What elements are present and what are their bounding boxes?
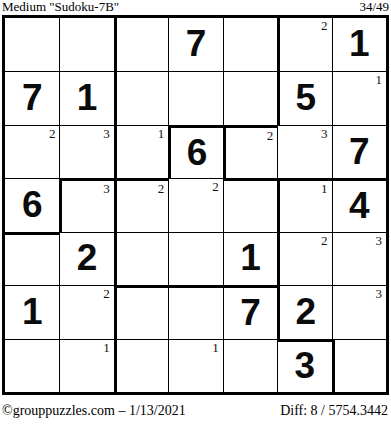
corner-mark: 1 xyxy=(103,340,110,355)
cell-r4c3[interactable]: 2 xyxy=(114,178,168,231)
corner-mark: 2 xyxy=(321,233,328,248)
cell-r4c5[interactable] xyxy=(223,178,277,231)
corner-mark: 1 xyxy=(212,340,219,355)
given-digit: 1 xyxy=(349,25,370,64)
corner-mark: 2 xyxy=(103,286,110,301)
cell-r6c2[interactable]: 2 xyxy=(59,285,113,338)
cell-r2c2: 1 xyxy=(59,71,113,124)
difficulty-line: Diff: 8 / 5754.3442 xyxy=(280,402,388,419)
cell-r1c4: 7 xyxy=(168,18,222,71)
given-digit: 7 xyxy=(22,79,43,118)
cell-r4c4[interactable]: 2 xyxy=(168,178,222,231)
cell-r3c7: 7 xyxy=(332,125,386,178)
corner-mark: 2 xyxy=(267,128,274,143)
given-digit: 2 xyxy=(77,239,98,278)
puzzle-title: Medium "Sudoku-7B" xyxy=(2,0,119,14)
corner-mark: 2 xyxy=(212,179,219,194)
cell-r5c2: 2 xyxy=(59,232,113,285)
cell-r7c5[interactable] xyxy=(223,339,277,392)
cell-r5c1[interactable] xyxy=(5,232,59,285)
corner-mark: 3 xyxy=(103,126,110,141)
given-digit: 1 xyxy=(240,239,261,278)
cell-r4c6[interactable]: 1 xyxy=(277,178,331,231)
corner-mark: 3 xyxy=(375,286,382,301)
given-digit: 6 xyxy=(187,134,208,173)
cell-r6c3[interactable] xyxy=(114,285,168,338)
cell-r1c5[interactable] xyxy=(223,18,277,71)
cell-r3c2[interactable]: 3 xyxy=(59,125,113,178)
cell-r2c7[interactable]: 1 xyxy=(332,71,386,124)
cell-r1c6[interactable]: 2 xyxy=(277,18,331,71)
given-digit: 5 xyxy=(296,79,317,118)
given-digit: 4 xyxy=(349,187,370,226)
corner-mark: 1 xyxy=(321,181,328,196)
cell-r6c5: 7 xyxy=(223,285,277,338)
given-digit: 7 xyxy=(240,294,261,333)
given-digit: 3 xyxy=(295,347,316,386)
cell-r1c7: 1 xyxy=(332,18,386,71)
cell-r2c5[interactable] xyxy=(223,71,277,124)
cell-r7c2[interactable]: 1 xyxy=(59,339,113,392)
cell-r3c1[interactable]: 2 xyxy=(5,125,59,178)
cell-r5c3[interactable] xyxy=(114,232,168,285)
cell-r7c4[interactable]: 1 xyxy=(168,339,222,392)
cell-r2c3[interactable] xyxy=(114,71,168,124)
cell-r4c2[interactable]: 3 xyxy=(59,178,113,231)
cell-r3c3[interactable]: 1 xyxy=(114,125,168,178)
given-digit: 6 xyxy=(22,186,43,225)
cell-r5c7[interactable]: 3 xyxy=(332,232,386,285)
cell-r5c4[interactable] xyxy=(168,232,222,285)
cell-r1c2[interactable] xyxy=(59,18,113,71)
cell-r3c6[interactable]: 3 xyxy=(277,125,331,178)
cell-r7c3[interactable] xyxy=(114,339,168,392)
corner-mark: 2 xyxy=(49,126,56,141)
corner-mark: 1 xyxy=(375,72,382,87)
header: Medium "Sudoku-7B" 34/49 xyxy=(0,0,391,15)
cell-r2c1: 7 xyxy=(5,71,59,124)
given-digit: 1 xyxy=(22,293,43,332)
cell-r7c6: 3 xyxy=(277,339,331,392)
cell-r2c6: 5 xyxy=(277,71,331,124)
given-digit: 1 xyxy=(77,79,98,118)
cell-r7c1[interactable] xyxy=(5,339,59,392)
corner-mark: 2 xyxy=(321,18,328,33)
given-count: 34/49 xyxy=(359,0,389,14)
corner-mark: 3 xyxy=(103,181,110,196)
cell-r7c7[interactable] xyxy=(332,339,386,392)
corner-mark: 1 xyxy=(158,126,165,141)
cell-r5c6[interactable]: 2 xyxy=(277,232,331,285)
cell-r3c5[interactable]: 2 xyxy=(223,125,277,178)
given-digit: 2 xyxy=(296,293,317,332)
given-digit: 7 xyxy=(186,25,207,64)
cell-r6c4[interactable] xyxy=(168,285,222,338)
cell-r1c3[interactable] xyxy=(114,18,168,71)
copyright-line: ©grouppuzzles.com – 1/13/2021 xyxy=(2,402,186,419)
footer: ©grouppuzzles.com – 1/13/2021 Diff: 8 / … xyxy=(0,402,391,419)
given-digit: 7 xyxy=(349,133,370,172)
corner-mark: 2 xyxy=(158,181,165,196)
corner-mark: 3 xyxy=(375,233,382,248)
sudoku-board: 72171512316237632214212312723113 xyxy=(2,15,389,395)
cell-r1c1[interactable] xyxy=(5,18,59,71)
cell-r6c7[interactable]: 3 xyxy=(332,285,386,338)
cell-r4c1: 6 xyxy=(5,178,59,231)
corner-mark: 3 xyxy=(321,126,328,141)
cell-r3c4: 6 xyxy=(168,125,222,178)
cell-r4c7: 4 xyxy=(332,178,386,231)
cell-r6c6: 2 xyxy=(277,285,331,338)
cell-r5c5: 1 xyxy=(223,232,277,285)
cell-r6c1: 1 xyxy=(5,285,59,338)
cell-r2c4[interactable] xyxy=(168,71,222,124)
